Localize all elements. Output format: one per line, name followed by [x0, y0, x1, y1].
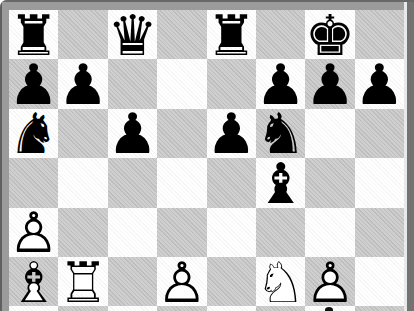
square-h2[interactable]	[355, 306, 404, 311]
square-e3[interactable]	[207, 257, 256, 306]
square-g2[interactable]	[305, 306, 354, 311]
piece-white-pawn-d3[interactable]: ♟♙	[157, 257, 206, 306]
square-h4[interactable]	[355, 208, 404, 257]
square-c5[interactable]	[108, 158, 157, 207]
square-b5[interactable]	[58, 158, 107, 207]
piece-black-queen-c8[interactable]: ♛	[108, 10, 157, 59]
piece-black-pawn-h7[interactable]: ♟	[355, 59, 404, 108]
square-g7[interactable]: ♟	[305, 59, 354, 108]
square-b2[interactable]	[58, 306, 107, 311]
square-h7[interactable]: ♟	[355, 59, 404, 108]
square-e6[interactable]: ♟	[207, 109, 256, 158]
square-e5[interactable]	[207, 158, 256, 207]
knight-icon: ♞	[9, 110, 58, 159]
piece-black-knight-a6[interactable]: ♞	[9, 109, 58, 158]
square-d7[interactable]	[157, 59, 206, 108]
square-d6[interactable]	[157, 109, 206, 158]
square-c4[interactable]	[108, 208, 157, 257]
square-a2[interactable]	[9, 306, 58, 311]
pawn-icon: ♟	[108, 110, 157, 159]
square-c3[interactable]	[108, 257, 157, 306]
cropped-piece-top-g2	[325, 307, 333, 311]
square-c2[interactable]	[108, 306, 157, 311]
pawn-icon: ♟	[355, 60, 404, 109]
square-d8[interactable]	[157, 10, 206, 59]
pawn-icon: ♟	[305, 60, 354, 109]
piece-black-pawn-c6[interactable]: ♟	[108, 109, 157, 158]
square-g6[interactable]	[305, 109, 354, 158]
square-f2[interactable]	[256, 306, 305, 311]
square-g3[interactable]: ♟♙	[305, 257, 354, 306]
square-d5[interactable]	[157, 158, 206, 207]
square-b7[interactable]: ♟	[58, 59, 107, 108]
frame-edge-left	[0, 0, 2, 311]
square-f3[interactable]: ♞♘	[256, 257, 305, 306]
chessboard-frame: ♜♛♜♚♟♟♟♟♟♞♟♟♞♝♟♙♝♗♜♖♟♙♞♘♟♙	[0, 0, 414, 311]
square-d2[interactable]	[157, 306, 206, 311]
square-b6[interactable]	[58, 109, 107, 158]
square-h6[interactable]	[355, 109, 404, 158]
rook-icon: ♜	[207, 11, 256, 60]
square-e8[interactable]: ♜	[207, 10, 256, 59]
piece-black-rook-e8[interactable]: ♜	[207, 10, 256, 59]
piece-black-bishop-f5[interactable]: ♝	[256, 158, 305, 207]
frame-edge-top	[0, 0, 414, 2]
pawn-icon: ♙	[305, 258, 354, 307]
pawn-icon: ♙	[157, 258, 206, 307]
piece-white-knight-f3[interactable]: ♞♘	[256, 257, 305, 306]
square-c8[interactable]: ♛	[108, 10, 157, 59]
queen-icon: ♛	[108, 11, 157, 60]
square-e2[interactable]	[207, 306, 256, 311]
piece-white-bishop-a3[interactable]: ♝♗	[9, 257, 58, 306]
square-b3[interactable]: ♜♖	[58, 257, 107, 306]
piece-white-pawn-g3[interactable]: ♟♙	[305, 257, 354, 306]
square-f5[interactable]: ♝	[256, 158, 305, 207]
square-g5[interactable]	[305, 158, 354, 207]
piece-black-pawn-g7[interactable]: ♟	[305, 59, 354, 108]
bishop-icon: ♗	[9, 258, 58, 307]
pawn-icon: ♟	[58, 60, 107, 109]
piece-white-rook-b3[interactable]: ♜♖	[58, 257, 107, 306]
frame-edge-right-dark	[407, 0, 414, 311]
square-h5[interactable]	[355, 158, 404, 207]
rook-icon: ♖	[58, 258, 107, 307]
piece-black-pawn-e6[interactable]: ♟	[207, 109, 256, 158]
square-d3[interactable]: ♟♙	[157, 257, 206, 306]
board: ♜♛♜♚♟♟♟♟♟♞♟♟♞♝♟♙♝♗♜♖♟♙♞♘♟♙	[9, 10, 404, 311]
square-a3[interactable]: ♝♗	[9, 257, 58, 306]
bishop-icon: ♝	[256, 159, 305, 208]
square-a6[interactable]: ♞	[9, 109, 58, 158]
pawn-icon: ♟	[207, 110, 256, 159]
knight-icon: ♘	[256, 258, 305, 307]
square-h3[interactable]	[355, 257, 404, 306]
piece-black-pawn-b7[interactable]: ♟	[58, 59, 107, 108]
square-e4[interactable]	[207, 208, 256, 257]
square-c6[interactable]: ♟	[108, 109, 157, 158]
